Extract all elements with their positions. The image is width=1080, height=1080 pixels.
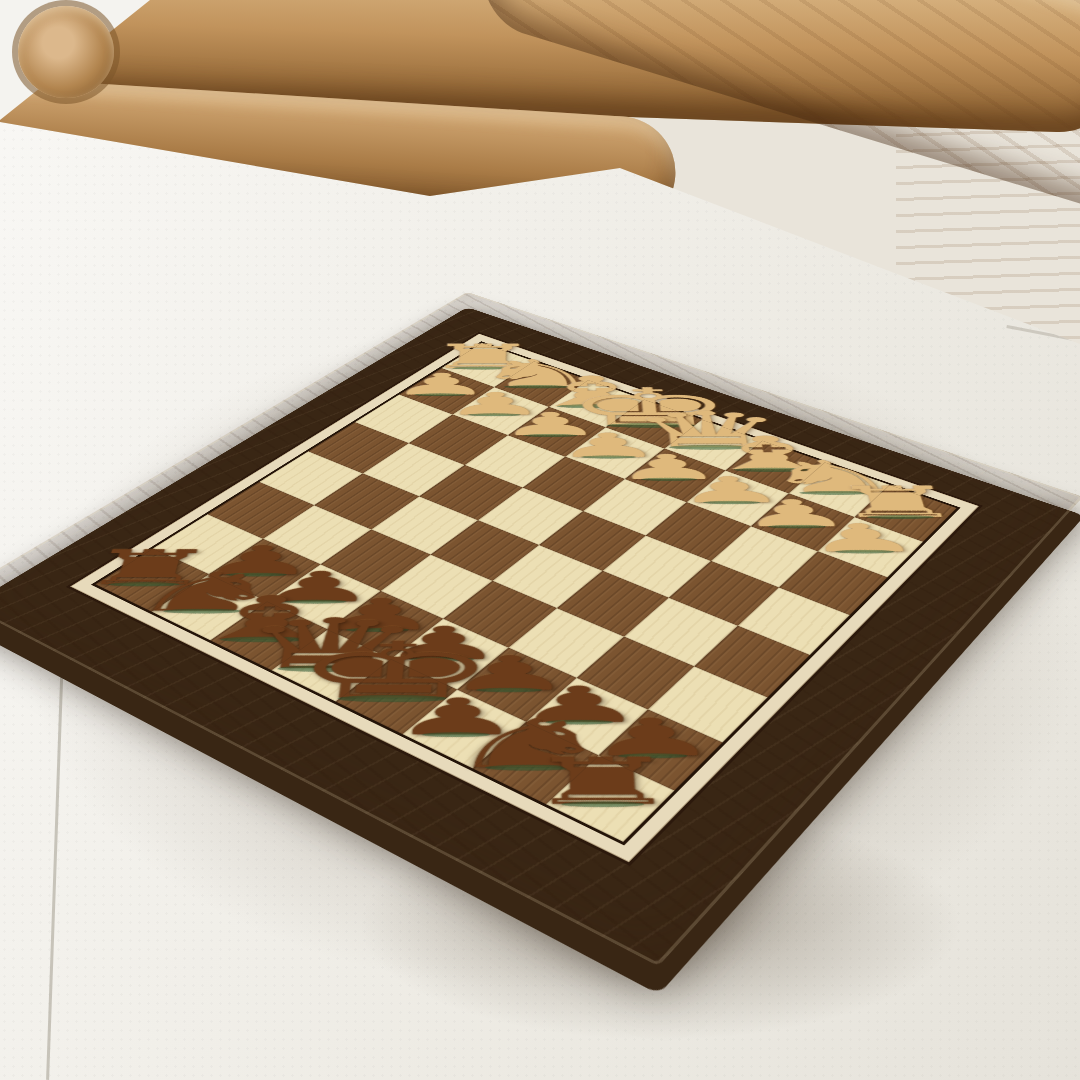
pawn-glyph: ♟: [390, 696, 523, 738]
chess-board: ♜♞♝♚♛♝♞♜♟♟♟♟♟♟♟♟♟♟♟♟♟♟♟♜♞♝♛♚♟♞♜: [0, 292, 1080, 966]
square-a5[interactable]: [694, 626, 810, 698]
square-c6[interactable]: [508, 608, 624, 678]
black-queen-e8[interactable]: ♛: [272, 629, 391, 701]
square-b8[interactable]: ♞: [473, 722, 599, 805]
board-playfield: ♜♞♝♚♛♝♞♜♟♟♟♟♟♟♟♟♟♟♟♟♟♟♟♜♞♝♛♚♟♞♜: [95, 343, 956, 842]
queen-glyph: ♛: [229, 615, 427, 673]
square-e8[interactable]: ♛: [272, 629, 391, 701]
square-a6[interactable]: [648, 666, 768, 742]
pawn-glyph: ♟: [801, 522, 923, 554]
board-frame: ♜♞♝♚♛♝♞♜♟♟♟♟♟♟♟♟♟♟♟♟♟♟♟♜♞♝♛♚♟♞♜: [0, 292, 1080, 966]
square-a7[interactable]: ♟: [599, 709, 723, 790]
square-b6[interactable]: [577, 637, 695, 710]
square-a4[interactable]: [738, 587, 850, 655]
square-c8[interactable]: ♟: [403, 690, 527, 769]
black-knight-b8[interactable]: ♞: [473, 722, 599, 805]
pawn-glyph: ♟: [445, 654, 573, 694]
square-c5[interactable]: [557, 571, 669, 637]
square-b7[interactable]: ♟: [526, 678, 648, 755]
square-a2[interactable]: ♟: [818, 517, 923, 577]
board-scene: ♜♞♝♚♛♝♞♜♟♟♟♟♟♟♟♟♟♟♟♟♟♟♟♜♞♝♛♚♟♞♜: [134, 140, 944, 950]
pawn-glyph: ♟: [585, 716, 721, 759]
black-king-d8[interactable]: ♚: [336, 659, 458, 734]
square-a3[interactable]: [779, 551, 887, 615]
square-a8[interactable]: ♜: [546, 755, 674, 842]
black-pawn-b7[interactable]: ♟: [526, 678, 648, 755]
king-glyph: ♚: [285, 639, 501, 705]
square-c7[interactable]: ♟: [457, 648, 577, 722]
knight-glyph: ♞: [443, 716, 616, 772]
square-b4[interactable]: [669, 561, 779, 626]
black-pawn-c8[interactable]: ♟: [403, 690, 527, 769]
rook-glyph: ♜: [523, 754, 685, 808]
square-d8[interactable]: ♚: [336, 659, 458, 734]
black-pawn-c7[interactable]: ♟: [457, 648, 577, 722]
white-pawn-a2[interactable]: ♟: [818, 517, 923, 577]
black-pawn-a7[interactable]: ♟: [599, 709, 723, 790]
pawn-glyph: ♟: [514, 684, 645, 726]
square-b5[interactable]: [624, 598, 738, 667]
log-end-face: [18, 6, 114, 98]
square-d5[interactable]: [492, 545, 602, 608]
black-rook-a8[interactable]: ♜: [546, 755, 674, 842]
